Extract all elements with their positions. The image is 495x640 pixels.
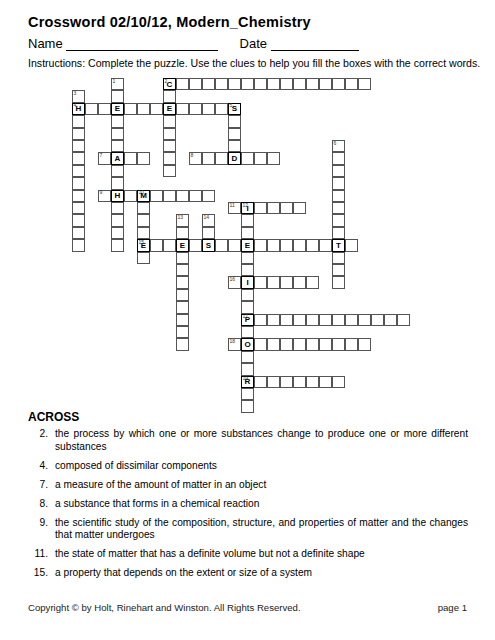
grid-cell[interactable] — [176, 338, 189, 350]
grid-cell[interactable] — [202, 103, 215, 115]
grid-cell[interactable] — [345, 239, 358, 251]
grid-cell[interactable] — [137, 152, 150, 164]
grid-cell[interactable] — [254, 376, 267, 388]
grid-cell[interactable] — [202, 190, 215, 202]
grid-cell[interactable] — [332, 227, 345, 239]
grid-cell[interactable] — [72, 128, 85, 140]
clue-number: 18 — [230, 339, 236, 344]
grid-cell-revealed: E15 — [137, 239, 150, 251]
grid-cell[interactable] — [241, 252, 254, 264]
grid-cell[interactable] — [254, 338, 267, 350]
grid-cell[interactable]: 14 — [202, 214, 215, 226]
grid-cell[interactable] — [280, 314, 293, 326]
date-label: Date — [240, 36, 267, 51]
grid-cell[interactable] — [137, 252, 150, 264]
grid-cell-revealed: H — [111, 190, 124, 202]
across-clue-number: 11. — [28, 548, 55, 561]
grid-cell[interactable]: 3 — [72, 90, 85, 102]
grid-cell[interactable] — [111, 140, 124, 152]
grid-cell[interactable] — [72, 115, 85, 127]
grid-cell-revealed: H4 — [72, 103, 85, 115]
grid-cell[interactable] — [215, 239, 228, 251]
clue-number: 16 — [230, 277, 236, 282]
clue-number: 8 — [191, 153, 194, 158]
across-clue: 9.the scientific study of the compositio… — [28, 517, 468, 542]
across-clue-number: 9. — [28, 517, 55, 542]
across-clue-text: composed of dissimilar components — [55, 460, 468, 473]
grid-cell[interactable] — [358, 314, 371, 326]
grid-cell[interactable] — [176, 227, 189, 239]
grid-cell[interactable]: 7 — [98, 152, 111, 164]
grid-cell[interactable]: 18 — [228, 338, 241, 350]
grid-cell[interactable] — [267, 202, 280, 214]
grid-cell-revealed: E — [111, 103, 124, 115]
grid-cell[interactable] — [254, 202, 267, 214]
grid-cell[interactable] — [189, 239, 202, 251]
grid-cell[interactable] — [176, 252, 189, 264]
grid-cell-revealed: M10 — [137, 190, 150, 202]
page-number: page 1 — [438, 602, 467, 613]
grid-cell[interactable] — [267, 314, 280, 326]
grid-cell[interactable] — [293, 338, 306, 350]
grid-cell[interactable] — [137, 202, 150, 214]
grid-cell[interactable]: 13 — [176, 214, 189, 226]
grid-cell[interactable] — [111, 115, 124, 127]
grid-cell[interactable] — [280, 276, 293, 288]
across-clue-number: 8. — [28, 498, 55, 511]
grid-cell[interactable] — [397, 314, 410, 326]
grid-cell[interactable] — [267, 239, 280, 251]
across-heading: ACROSS — [28, 410, 79, 424]
grid-cell[interactable] — [202, 152, 215, 164]
grid-cell-revealed: R19 — [241, 376, 254, 388]
grid-cell[interactable] — [319, 376, 332, 388]
grid-cell[interactable] — [267, 152, 280, 164]
grid-cell[interactable] — [163, 140, 176, 152]
grid-cell[interactable] — [228, 140, 241, 152]
grid-cell[interactable] — [241, 227, 254, 239]
clue-number: 1 — [113, 79, 116, 84]
grid-cell[interactable] — [319, 239, 332, 251]
grid-cell[interactable] — [254, 152, 267, 164]
across-clue-number: 2. — [28, 428, 55, 453]
grid-cell[interactable] — [332, 190, 345, 202]
grid-cell[interactable]: 6 — [332, 140, 345, 152]
grid-cell[interactable] — [176, 326, 189, 338]
grid-cell[interactable] — [176, 264, 189, 276]
grid-cell[interactable]: 1 — [111, 78, 124, 90]
grid-cell[interactable] — [241, 152, 254, 164]
grid-cell[interactable] — [306, 314, 319, 326]
grid-cell[interactable] — [124, 152, 137, 164]
across-clue-number: 15. — [28, 567, 55, 580]
across-clue-number: 4. — [28, 460, 55, 473]
name-field[interactable] — [66, 37, 218, 51]
grid-cell[interactable] — [111, 227, 124, 239]
grid-cell[interactable] — [306, 276, 319, 288]
grid-cell[interactable] — [215, 152, 228, 164]
grid-cell[interactable] — [137, 214, 150, 226]
grid-cell[interactable]: 16 — [228, 276, 241, 288]
grid-cell[interactable] — [293, 239, 306, 251]
name-date-line: Name Date — [28, 36, 359, 51]
grid-cell[interactable] — [267, 376, 280, 388]
grid-cell[interactable] — [306, 338, 319, 350]
grid-cell[interactable] — [241, 400, 254, 412]
clue-number: 9 — [100, 190, 103, 195]
across-clue-list: 2.the process by which one or more subst… — [28, 428, 468, 586]
grid-cell[interactable]: 11 — [228, 202, 241, 214]
grid-cell[interactable] — [163, 90, 176, 102]
grid-cell[interactable] — [72, 140, 85, 152]
grid-cell[interactable] — [72, 165, 85, 177]
grid-cell[interactable] — [241, 214, 254, 226]
grid-cell[interactable] — [241, 264, 254, 276]
grid-cell[interactable] — [150, 103, 163, 115]
grid-cell[interactable] — [176, 78, 189, 90]
grid-cell[interactable] — [241, 301, 254, 313]
grid-cell[interactable] — [267, 78, 280, 90]
grid-cell[interactable] — [306, 376, 319, 388]
grid-cell[interactable] — [332, 338, 345, 350]
grid-cell[interactable] — [267, 338, 280, 350]
grid-cell[interactable] — [254, 78, 267, 90]
grid-cell[interactable]: 8 — [189, 152, 202, 164]
grid-cell[interactable] — [189, 78, 202, 90]
grid-cell[interactable] — [319, 314, 332, 326]
across-clue-text: a measure of the amount of matter in an … — [55, 479, 468, 492]
grid-cell[interactable] — [332, 165, 345, 177]
grid-cell[interactable] — [319, 338, 332, 350]
grid-cell[interactable] — [293, 376, 306, 388]
grid-cell-revealed: E — [241, 239, 254, 251]
grid-cell[interactable] — [241, 351, 254, 363]
grid-cell[interactable] — [332, 376, 345, 388]
grid-cell[interactable] — [202, 227, 215, 239]
grid-cell[interactable] — [72, 202, 85, 214]
grid-cell[interactable] — [293, 202, 306, 214]
clue-number: 3 — [74, 91, 77, 96]
grid-cell[interactable] — [150, 190, 163, 202]
grid-cell[interactable] — [293, 314, 306, 326]
clue-number: 19 — [243, 376, 249, 381]
across-clue-text: the state of matter that has a definite … — [55, 548, 468, 561]
across-clue: 7.a measure of the amount of matter in a… — [28, 479, 468, 492]
clue-number: 7 — [100, 153, 103, 158]
grid-cell[interactable] — [111, 165, 124, 177]
grid-cell[interactable] — [267, 276, 280, 288]
grid-cell[interactable] — [280, 338, 293, 350]
clue-number: 17 — [243, 314, 249, 319]
date-field[interactable] — [271, 37, 359, 51]
grid-cell[interactable] — [163, 152, 176, 164]
grid-cell[interactable] — [72, 239, 85, 251]
grid-cell-revealed: E — [176, 239, 189, 251]
across-clue-text: a property that depends on the extent or… — [55, 567, 468, 580]
grid-cell[interactable] — [163, 190, 176, 202]
clue-number: 5 — [230, 103, 233, 108]
clue-number: 14 — [204, 215, 210, 220]
grid-cell[interactable] — [280, 202, 293, 214]
grid-cell[interactable] — [332, 152, 345, 164]
grid-cell[interactable] — [384, 314, 397, 326]
grid-cell[interactable] — [345, 78, 358, 90]
grid-cell[interactable] — [202, 78, 215, 90]
clue-number: 11 — [230, 203, 235, 208]
grid-cell[interactable] — [332, 264, 345, 276]
grid-cell[interactable] — [293, 276, 306, 288]
grid-cell[interactable] — [137, 103, 150, 115]
across-clue-text: a substance that forms in a chemical rea… — [55, 498, 468, 511]
grid-cell-revealed: A — [111, 152, 124, 164]
clue-number: 6 — [334, 141, 337, 146]
grid-cell[interactable] — [254, 314, 267, 326]
grid-cell[interactable] — [163, 115, 176, 127]
grid-cell[interactable] — [72, 190, 85, 202]
grid-cell[interactable] — [189, 103, 202, 115]
grid-cell[interactable] — [176, 190, 189, 202]
grid-cell-revealed: C2 — [163, 78, 176, 90]
grid-cell-revealed: E — [163, 103, 176, 115]
grid-cell[interactable]: 9 — [98, 190, 111, 202]
across-clue: 15.a property that depends on the extent… — [28, 567, 468, 580]
grid-cell[interactable] — [72, 214, 85, 226]
clue-number: 12 — [243, 203, 249, 208]
grid-cell[interactable] — [72, 227, 85, 239]
grid-cell[interactable] — [254, 239, 267, 251]
grid-cell[interactable] — [371, 314, 384, 326]
clue-number: 10 — [139, 190, 145, 195]
grid-cell[interactable] — [111, 90, 124, 102]
grid-cell[interactable] — [241, 289, 254, 301]
grid-cell[interactable] — [189, 190, 202, 202]
across-clue-number: 7. — [28, 479, 55, 492]
across-clue: 8.a substance that forms in a chemical r… — [28, 498, 468, 511]
grid-cell[interactable] — [176, 289, 189, 301]
across-clue-text: the process by which one or more substan… — [55, 428, 468, 453]
page-footer: Copyright © by Holt, Rinehart and Winsto… — [28, 602, 467, 613]
worksheet-page: Crossword 02/10/12, Modern_Chemistry Nam… — [0, 0, 495, 640]
instructions-text: Instructions: Complete the puzzle. Use t… — [28, 57, 480, 69]
across-clue: 4.composed of dissimilar components — [28, 460, 468, 473]
grid-cell-revealed: P17 — [241, 314, 254, 326]
grid-cell[interactable] — [241, 326, 254, 338]
grid-cell[interactable] — [215, 103, 228, 115]
grid-cell-revealed: S5 — [228, 103, 241, 115]
grid-cell-revealed: O — [241, 338, 254, 350]
grid-cell[interactable] — [254, 276, 267, 288]
grid-cell[interactable] — [345, 314, 358, 326]
grid-cell-revealed: I12 — [241, 202, 254, 214]
grid-cell[interactable] — [332, 252, 345, 264]
grid-cell[interactable] — [228, 128, 241, 140]
grid-cell[interactable] — [111, 214, 124, 226]
grid-cell[interactable] — [332, 276, 345, 288]
grid-cell[interactable] — [163, 165, 176, 177]
clue-number: 4 — [74, 103, 77, 108]
grid-cell[interactable] — [228, 239, 241, 251]
grid-cell[interactable] — [124, 103, 137, 115]
grid-cell[interactable] — [124, 190, 137, 202]
clue-number: 2 — [165, 79, 168, 84]
grid-cell[interactable] — [241, 78, 254, 90]
across-clue: 2.the process by which one or more subst… — [28, 428, 468, 453]
grid-cell[interactable] — [358, 78, 371, 90]
name-label: Name — [28, 36, 63, 51]
grid-cell[interactable] — [228, 78, 241, 90]
grid-cell[interactable] — [332, 314, 345, 326]
grid-cell[interactable] — [228, 115, 241, 127]
grid-cell[interactable] — [111, 202, 124, 214]
grid-cell[interactable] — [280, 239, 293, 251]
grid-cell[interactable] — [215, 78, 228, 90]
grid-cell[interactable] — [280, 376, 293, 388]
grid-cell[interactable] — [111, 128, 124, 140]
copyright-text: Copyright © by Holt, Rinehart and Winsto… — [28, 602, 301, 613]
grid-cell[interactable] — [98, 103, 111, 115]
grid-cell[interactable] — [72, 152, 85, 164]
grid-cell[interactable] — [332, 202, 345, 214]
across-clue: 11.the state of matter that has a defini… — [28, 548, 468, 561]
grid-cell[interactable] — [280, 78, 293, 90]
clue-number: 15 — [139, 240, 145, 245]
grid-cell[interactable] — [85, 103, 98, 115]
page-title: Crossword 02/10/12, Modern_Chemistry — [28, 14, 311, 30]
grid-cell[interactable] — [176, 314, 189, 326]
grid-cell-revealed: D — [228, 152, 241, 164]
grid-cell-revealed: I — [241, 276, 254, 288]
grid-cell[interactable] — [306, 239, 319, 251]
grid-cell[interactable] — [176, 276, 189, 288]
grid-cell[interactable] — [345, 338, 358, 350]
grid-cell[interactable] — [176, 301, 189, 313]
grid-cell[interactable] — [137, 227, 150, 239]
grid-cell[interactable] — [176, 103, 189, 115]
grid-cell[interactable] — [241, 363, 254, 375]
grid-cell[interactable] — [111, 177, 124, 189]
grid-cell[interactable] — [332, 78, 345, 90]
grid-cell[interactable] — [163, 128, 176, 140]
grid-cell-revealed: T — [332, 239, 345, 251]
grid-cell[interactable] — [150, 239, 163, 251]
grid-cell[interactable] — [111, 239, 124, 251]
grid-cell[interactable] — [332, 214, 345, 226]
grid-cell[interactable] — [306, 78, 319, 90]
grid-cell-revealed: S — [202, 239, 215, 251]
grid-cell[interactable] — [163, 239, 176, 251]
clue-number: 13 — [178, 215, 184, 220]
across-clue-text: the scientific study of the composition,… — [55, 517, 468, 542]
grid-cell[interactable] — [319, 78, 332, 90]
grid-cell[interactable] — [241, 388, 254, 400]
grid-cell[interactable] — [332, 177, 345, 189]
grid-cell[interactable] — [72, 177, 85, 189]
grid-cell[interactable] — [358, 338, 371, 350]
grid-cell[interactable] — [293, 78, 306, 90]
